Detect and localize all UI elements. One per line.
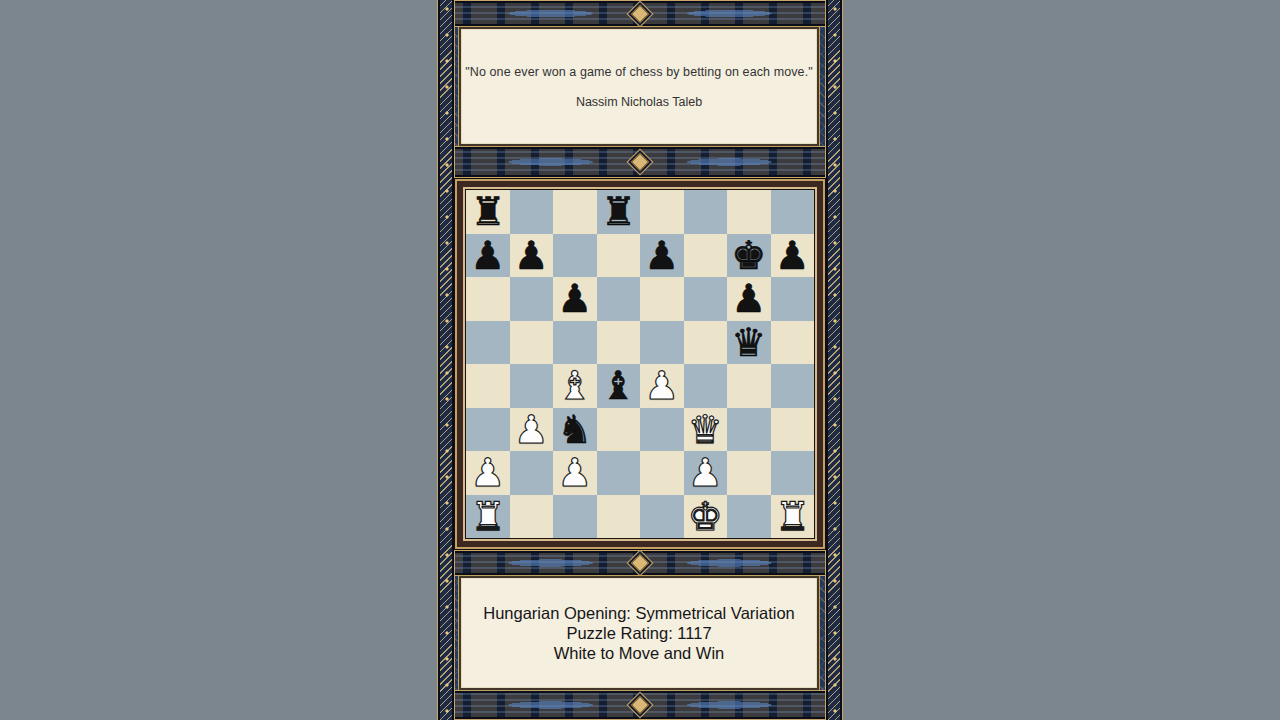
square-d2 bbox=[597, 451, 641, 495]
black-pawn-e7: ♟ bbox=[644, 236, 679, 275]
square-a7: ♟ bbox=[466, 234, 510, 278]
square-f5 bbox=[684, 321, 728, 365]
ornate-divider-lower bbox=[437, 550, 843, 576]
video-frame: "No one ever won a game of chess by bett… bbox=[0, 0, 1280, 720]
square-c1 bbox=[553, 495, 597, 539]
black-queen-g5: ♛ bbox=[731, 323, 766, 362]
square-g2 bbox=[727, 451, 771, 495]
ornate-left-border bbox=[437, 0, 455, 720]
square-b8 bbox=[510, 190, 554, 234]
square-e4: ♟ bbox=[640, 364, 684, 408]
puzzle-caption-card: Hungarian Opening: Symmetrical Variation… bbox=[459, 576, 819, 690]
square-d3 bbox=[597, 408, 641, 452]
quote-attribution: Nassim Nicholas Taleb bbox=[576, 95, 702, 109]
ornate-divider-upper bbox=[437, 146, 843, 178]
white-king-f1: ♚ bbox=[688, 497, 723, 536]
square-e3 bbox=[640, 408, 684, 452]
square-e6 bbox=[640, 277, 684, 321]
square-d7 bbox=[597, 234, 641, 278]
square-g4 bbox=[727, 364, 771, 408]
square-f8 bbox=[684, 190, 728, 234]
ornate-bottom-band bbox=[437, 690, 843, 720]
black-pawn-b7: ♟ bbox=[514, 236, 549, 275]
white-bishop-c4: ♝ bbox=[557, 366, 592, 405]
square-f1: ♚ bbox=[684, 495, 728, 539]
square-g6: ♟ bbox=[727, 277, 771, 321]
black-rook-a8: ♜ bbox=[470, 192, 505, 231]
black-pawn-a7: ♟ bbox=[470, 236, 505, 275]
square-h7: ♟ bbox=[771, 234, 815, 278]
square-g7: ♚ bbox=[727, 234, 771, 278]
black-king-g7: ♚ bbox=[731, 236, 766, 275]
white-pawn-a2: ♟ bbox=[470, 453, 505, 492]
square-b2 bbox=[510, 451, 554, 495]
square-f6 bbox=[684, 277, 728, 321]
square-g3 bbox=[727, 408, 771, 452]
square-e5 bbox=[640, 321, 684, 365]
square-g8 bbox=[727, 190, 771, 234]
opening-name: Hungarian Opening: Symmetrical Variation bbox=[483, 603, 795, 623]
square-a5 bbox=[466, 321, 510, 365]
square-c2: ♟ bbox=[553, 451, 597, 495]
square-a4 bbox=[466, 364, 510, 408]
white-pawn-c2: ♟ bbox=[557, 453, 592, 492]
square-a3 bbox=[466, 408, 510, 452]
square-a8: ♜ bbox=[466, 190, 510, 234]
black-pawn-h7: ♟ bbox=[775, 236, 810, 275]
square-b1 bbox=[510, 495, 554, 539]
black-rook-d8: ♜ bbox=[601, 192, 636, 231]
square-c6: ♟ bbox=[553, 277, 597, 321]
ornate-top-band bbox=[437, 0, 843, 27]
ornate-panel: "No one ever won a game of chess by bett… bbox=[437, 0, 843, 720]
quote-text: "No one ever won a game of chess by bett… bbox=[465, 65, 813, 79]
square-c3: ♞ bbox=[553, 408, 597, 452]
square-a2: ♟ bbox=[466, 451, 510, 495]
square-h6 bbox=[771, 277, 815, 321]
square-c4: ♝ bbox=[553, 364, 597, 408]
white-rook-a1: ♜ bbox=[470, 497, 505, 536]
square-h5 bbox=[771, 321, 815, 365]
square-f2: ♟ bbox=[684, 451, 728, 495]
square-d5 bbox=[597, 321, 641, 365]
square-h2 bbox=[771, 451, 815, 495]
square-h3 bbox=[771, 408, 815, 452]
square-c5 bbox=[553, 321, 597, 365]
square-h1: ♜ bbox=[771, 495, 815, 539]
square-d6 bbox=[597, 277, 641, 321]
puzzle-rating: Puzzle Rating: 1117 bbox=[566, 623, 711, 643]
white-rook-h1: ♜ bbox=[775, 497, 810, 536]
square-b3: ♟ bbox=[510, 408, 554, 452]
square-e2 bbox=[640, 451, 684, 495]
quote-card: "No one ever won a game of chess by bett… bbox=[459, 27, 819, 146]
square-b6 bbox=[510, 277, 554, 321]
chess-board-frame: ♜♜♟♟♟♚♟♟♟♛♝♝♟♟♞♛♟♟♟♜♚♜ bbox=[454, 178, 826, 550]
square-g5: ♛ bbox=[727, 321, 771, 365]
side-to-move-label: White to Move and Win bbox=[554, 643, 725, 663]
white-pawn-f2: ♟ bbox=[688, 453, 723, 492]
square-b7: ♟ bbox=[510, 234, 554, 278]
square-f3: ♛ bbox=[684, 408, 728, 452]
white-queen-f3: ♛ bbox=[688, 410, 723, 449]
square-e1 bbox=[640, 495, 684, 539]
square-b5 bbox=[510, 321, 554, 365]
square-f4 bbox=[684, 364, 728, 408]
square-h4 bbox=[771, 364, 815, 408]
square-d4: ♝ bbox=[597, 364, 641, 408]
square-d8: ♜ bbox=[597, 190, 641, 234]
square-d1 bbox=[597, 495, 641, 539]
square-c7 bbox=[553, 234, 597, 278]
square-e7: ♟ bbox=[640, 234, 684, 278]
black-knight-c3: ♞ bbox=[557, 410, 592, 449]
ornate-right-border bbox=[825, 0, 843, 720]
square-f7 bbox=[684, 234, 728, 278]
square-a6 bbox=[466, 277, 510, 321]
square-h8 bbox=[771, 190, 815, 234]
black-pawn-g6: ♟ bbox=[731, 279, 766, 318]
chess-board: ♜♜♟♟♟♚♟♟♟♛♝♝♟♟♞♛♟♟♟♜♚♜ bbox=[466, 190, 814, 538]
square-g1 bbox=[727, 495, 771, 539]
square-c8 bbox=[553, 190, 597, 234]
white-pawn-b3: ♟ bbox=[514, 410, 549, 449]
black-pawn-c6: ♟ bbox=[557, 279, 592, 318]
white-pawn-e4: ♟ bbox=[644, 366, 679, 405]
square-a1: ♜ bbox=[466, 495, 510, 539]
square-e8 bbox=[640, 190, 684, 234]
square-b4 bbox=[510, 364, 554, 408]
black-bishop-d4: ♝ bbox=[601, 366, 636, 405]
